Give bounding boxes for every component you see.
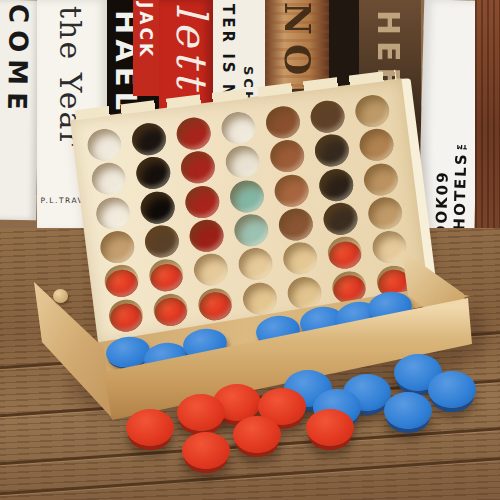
board-cell-r6c2 <box>146 290 195 330</box>
board-cell-r6c4 <box>235 279 284 319</box>
board-hole <box>223 144 261 180</box>
red-disc-in-board <box>153 296 188 327</box>
wood-panel <box>475 0 500 258</box>
board-cell-r2c3 <box>173 148 222 188</box>
board-hole <box>228 178 266 214</box>
board-cell-r3c4 <box>222 176 271 216</box>
board-cell-r5c1 <box>97 262 146 302</box>
red-disc-in-board <box>108 302 143 333</box>
board-hole <box>196 286 234 322</box>
board-hole <box>98 229 136 265</box>
board-cell-r4c3 <box>182 216 231 256</box>
book-title: COME <box>2 4 34 117</box>
board-cell-r4c2 <box>137 222 186 262</box>
board-cell-r6c3 <box>190 284 239 324</box>
board-cell-r2c4 <box>218 142 267 182</box>
board-cell-r3c7 <box>356 160 405 200</box>
board-cell-r3c5 <box>267 171 316 211</box>
red-disc-in-board <box>149 262 184 293</box>
board-cell-r2c1 <box>84 159 133 199</box>
book-title: lett <box>167 4 213 92</box>
board-hole <box>89 161 127 197</box>
red-disc-in-board <box>198 291 233 322</box>
board-hole <box>107 297 145 333</box>
board-cell-r4c4 <box>226 211 275 251</box>
board-cell-r2c6 <box>307 131 356 171</box>
board-hole <box>308 99 346 135</box>
board-hole <box>268 139 306 175</box>
board-hole <box>130 121 168 157</box>
board-hole <box>362 161 400 197</box>
board-cell-r3c3 <box>177 182 226 222</box>
board-cell-r4c5 <box>271 205 320 245</box>
board-cell-r1c1 <box>79 125 128 165</box>
board-cell-r1c4 <box>213 108 262 148</box>
board-cell-r5c6 <box>320 233 369 273</box>
board-cell-r1c5 <box>258 103 307 143</box>
board-hole <box>281 241 319 277</box>
board-cell-r5c3 <box>186 250 235 290</box>
book-title-2: JACK <box>136 2 156 59</box>
board-hole <box>138 190 176 226</box>
board-hole <box>102 263 140 299</box>
board-hole <box>94 195 132 231</box>
board-cell-r4c6 <box>316 199 365 239</box>
board-hole <box>353 93 391 129</box>
board-cell-r4c7 <box>360 194 409 234</box>
photo-scene: COME the Year P.L.TRAVERS HAEL JACK lett… <box>0 0 500 500</box>
board-cell-r1c3 <box>169 114 218 154</box>
board-hole <box>143 224 181 260</box>
board-hole <box>366 195 404 231</box>
board-hole <box>174 116 212 152</box>
book-title-band: JACK <box>133 0 159 96</box>
board-cell-r3c2 <box>133 188 182 228</box>
board-cell-r4c1 <box>92 227 141 267</box>
board-hole <box>277 207 315 243</box>
board-hole <box>313 133 351 169</box>
board-cell-r5c4 <box>231 245 280 285</box>
book-spine-come: COME <box>0 0 40 220</box>
board-hole <box>272 173 310 209</box>
board-cell-r2c2 <box>128 154 177 194</box>
board-hole <box>285 275 323 311</box>
board-hole <box>264 105 302 141</box>
board-hole <box>134 156 172 192</box>
board-cell-r5c2 <box>141 256 190 296</box>
board-hole <box>357 127 395 163</box>
board-hole <box>151 292 189 328</box>
board-hole <box>236 246 274 282</box>
board-hole <box>192 252 230 288</box>
board-cell-r3c6 <box>311 165 360 205</box>
board-cell-r1c2 <box>124 120 173 160</box>
board-cell-r1c7 <box>347 91 396 131</box>
table-groove <box>0 454 500 496</box>
board-cell-r2c7 <box>352 125 401 165</box>
red-disc-in-board <box>327 240 362 271</box>
board-hole <box>147 258 185 294</box>
board-cell-r1c6 <box>303 97 352 137</box>
red-disc-in-board <box>104 268 139 299</box>
tray-knob <box>53 289 68 303</box>
board-hole <box>232 212 270 248</box>
board-hole <box>325 235 363 271</box>
board-hole <box>219 110 257 146</box>
board-hole <box>321 201 359 237</box>
board-hole <box>317 167 355 203</box>
board-hole <box>85 127 123 163</box>
board-hole <box>240 280 278 316</box>
board-cell-r2c5 <box>262 137 311 177</box>
board-hole <box>187 218 225 254</box>
board-hole <box>179 150 217 186</box>
board-cell-r3c1 <box>88 193 137 233</box>
board-cell-r6c1 <box>101 296 150 336</box>
board-hole <box>183 184 221 220</box>
table-groove <box>0 424 500 466</box>
board-cell-r5c5 <box>275 239 324 279</box>
board-hole <box>370 230 408 266</box>
